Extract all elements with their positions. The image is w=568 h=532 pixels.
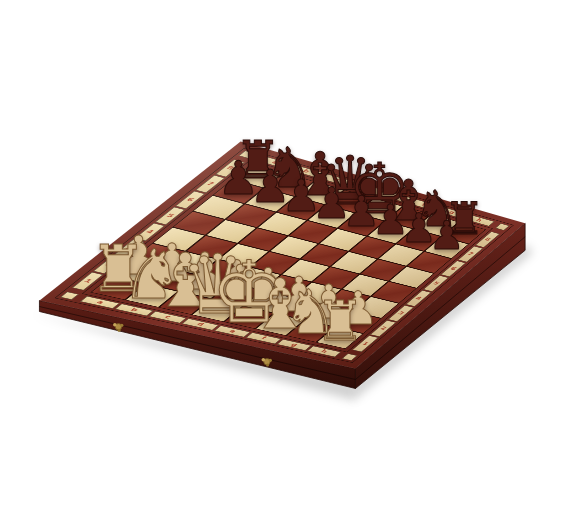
coordinate-label: e: [214, 325, 250, 337]
coordinate-label: b: [115, 304, 154, 317]
coordinate-label: d: [182, 318, 219, 330]
trim-corner: [342, 353, 358, 360]
coordinate-label: h: [307, 346, 341, 357]
coordinate-label: f: [246, 332, 282, 344]
chess-set-photo: aa88bb77cc66dd55ee44ff33gg22hh11 ♜♞♟♝♟♛♟…: [0, 0, 568, 532]
trim-corner: [60, 292, 79, 300]
coordinate-label: c: [149, 311, 187, 323]
trim-corner: [239, 151, 256, 159]
coordinate-label: a: [80, 296, 120, 309]
coordinate-label: g: [277, 339, 312, 350]
trim-corner: [495, 223, 509, 230]
